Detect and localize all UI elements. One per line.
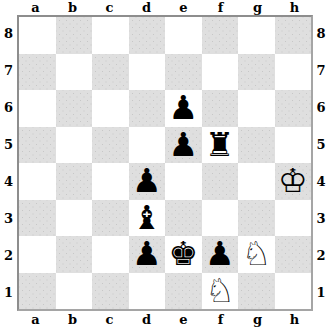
square-a3[interactable] [19,200,56,237]
square-c8[interactable] [92,17,129,54]
square-d5[interactable] [129,127,166,164]
rank-label-5-left: 5 [0,126,17,163]
black-pawn[interactable]: ♟ [132,163,162,199]
square-d3[interactable]: ♝ [129,200,166,237]
square-f4[interactable] [202,163,239,200]
square-a1[interactable] [19,273,56,310]
square-h1[interactable] [275,273,312,310]
file-label-g-top: g [239,0,276,15]
chess-diagram: ♟♟♜♟♔♝♟♚♟♘♘ aabbccddeeffgghh887766554433… [0,0,330,330]
black-rook[interactable]: ♜ [205,127,235,163]
white-knight[interactable]: ♘ [205,273,235,309]
file-label-a-top: a [17,0,54,15]
rank-label-5-right: 5 [313,126,329,163]
square-c4[interactable] [92,163,129,200]
rank-label-1-left: 1 [0,274,17,311]
rank-label-2-right: 2 [313,237,329,274]
file-label-f-top: f [202,0,239,15]
file-label-b-bottom: b [54,311,91,329]
black-pawn[interactable]: ♟ [168,90,198,126]
square-d1[interactable] [129,273,166,310]
square-e6[interactable]: ♟ [165,90,202,127]
square-b8[interactable] [56,17,93,54]
black-bishop[interactable]: ♝ [132,200,162,236]
square-a4[interactable] [19,163,56,200]
square-f1[interactable]: ♘ [202,273,239,310]
square-a2[interactable] [19,236,56,273]
square-c3[interactable] [92,200,129,237]
file-label-g-bottom: g [239,311,276,329]
square-e5[interactable]: ♟ [165,127,202,164]
white-king[interactable]: ♔ [278,163,308,199]
square-g2[interactable]: ♘ [238,236,275,273]
square-e4[interactable] [165,163,202,200]
square-f3[interactable] [202,200,239,237]
square-g8[interactable] [238,17,275,54]
square-d2[interactable]: ♟ [129,236,166,273]
square-h4[interactable]: ♔ [275,163,312,200]
file-label-c-bottom: c [91,311,128,329]
rank-label-7-left: 7 [0,52,17,89]
file-label-c-top: c [91,0,128,15]
square-c5[interactable] [92,127,129,164]
file-label-f-bottom: f [202,311,239,329]
square-a7[interactable] [19,54,56,91]
square-f6[interactable] [202,90,239,127]
square-b4[interactable] [56,163,93,200]
square-b6[interactable] [56,90,93,127]
rank-label-3-right: 3 [313,200,329,237]
file-label-e-bottom: e [165,311,202,329]
square-g4[interactable] [238,163,275,200]
square-c6[interactable] [92,90,129,127]
square-h3[interactable] [275,200,312,237]
square-c1[interactable] [92,273,129,310]
square-c7[interactable] [92,54,129,91]
rank-label-8-left: 8 [0,15,17,52]
rank-label-7-right: 7 [313,52,329,89]
black-pawn[interactable]: ♟ [168,127,198,163]
rank-label-1-right: 1 [313,274,329,311]
square-f8[interactable] [202,17,239,54]
file-label-h-top: h [276,0,313,15]
square-b5[interactable] [56,127,93,164]
rank-label-6-left: 6 [0,89,17,126]
square-h5[interactable] [275,127,312,164]
square-h8[interactable] [275,17,312,54]
file-label-d-top: d [128,0,165,15]
rank-label-4-left: 4 [0,163,17,200]
rank-label-6-right: 6 [313,89,329,126]
file-label-b-top: b [54,0,91,15]
square-g1[interactable] [238,273,275,310]
square-e2[interactable]: ♚ [165,236,202,273]
square-e3[interactable] [165,200,202,237]
square-b2[interactable] [56,236,93,273]
file-label-a-bottom: a [17,311,54,329]
rank-label-2-left: 2 [0,237,17,274]
square-d8[interactable] [129,17,166,54]
black-king[interactable]: ♚ [168,236,198,272]
file-label-d-bottom: d [128,311,165,329]
square-a5[interactable] [19,127,56,164]
square-f5[interactable]: ♜ [202,127,239,164]
rank-label-4-right: 4 [313,163,329,200]
square-g5[interactable] [238,127,275,164]
square-d7[interactable] [129,54,166,91]
square-g7[interactable] [238,54,275,91]
square-h6[interactable] [275,90,312,127]
file-label-e-top: e [165,0,202,15]
file-label-h-bottom: h [276,311,313,329]
rank-label-3-left: 3 [0,200,17,237]
chess-board: ♟♟♜♟♔♝♟♚♟♘♘ [17,15,313,311]
square-e7[interactable] [165,54,202,91]
square-a6[interactable] [19,90,56,127]
square-h2[interactable] [275,236,312,273]
square-b7[interactable] [56,54,93,91]
square-h7[interactable] [275,54,312,91]
square-d6[interactable] [129,90,166,127]
rank-label-8-right: 8 [313,15,329,52]
square-d4[interactable]: ♟ [129,163,166,200]
square-c2[interactable] [92,236,129,273]
square-g6[interactable] [238,90,275,127]
square-e8[interactable] [165,17,202,54]
square-b3[interactable] [56,200,93,237]
square-b1[interactable] [56,273,93,310]
square-f7[interactable] [202,54,239,91]
square-f2[interactable]: ♟ [202,236,239,273]
black-pawn[interactable]: ♟ [205,236,235,272]
square-e1[interactable] [165,273,202,310]
white-knight[interactable]: ♘ [241,236,271,272]
square-a8[interactable] [19,17,56,54]
square-g3[interactable] [238,200,275,237]
black-pawn[interactable]: ♟ [132,236,162,272]
